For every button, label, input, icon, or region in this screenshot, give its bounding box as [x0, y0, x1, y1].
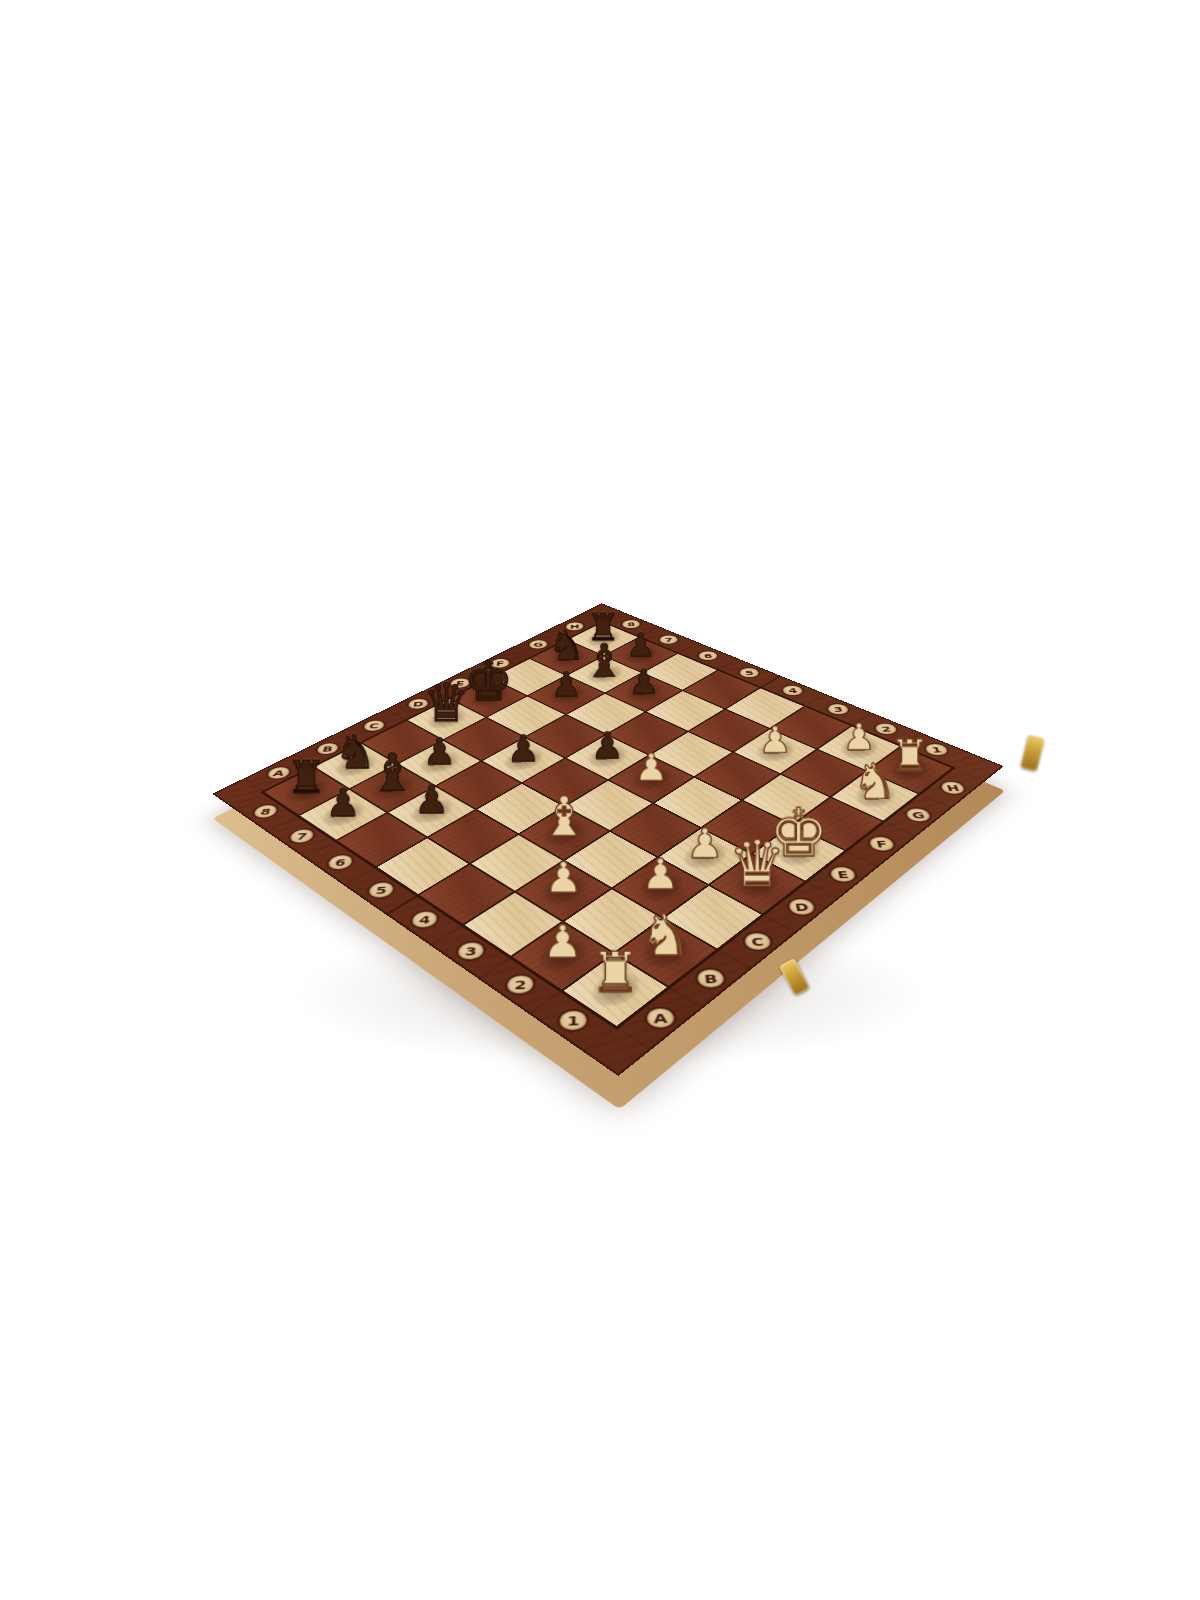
- rank-left-label-8: 8: [252, 805, 278, 818]
- file-front-label-H: H: [939, 781, 966, 794]
- file-front-label-D: D: [787, 898, 815, 914]
- square-g3[interactable]: ♟: [733, 729, 817, 774]
- rank-right-label-4: 4: [782, 686, 804, 696]
- rank-left-label-3: 3: [457, 942, 484, 960]
- rank-right-label-5: 5: [739, 668, 760, 678]
- square-g1[interactable]: ♞: [830, 771, 919, 821]
- brass-latch-right[interactable]: [1020, 734, 1045, 771]
- rank-left-label-2: 2: [506, 975, 533, 994]
- rank-left-label-4: 4: [411, 912, 438, 929]
- rank-left-label-6: 6: [327, 855, 353, 870]
- square-e4[interactable]: ♟: [608, 755, 694, 803]
- rank-right-label-6: 6: [698, 651, 718, 660]
- file-front-label-B: B: [696, 969, 724, 988]
- white-pawn-h2[interactable]: ♟: [842, 718, 875, 755]
- rank-left-label-7: 7: [288, 829, 314, 843]
- rank-left-label-1: 1: [559, 1011, 586, 1031]
- file-front-label-G: G: [904, 808, 931, 822]
- file-back-label-C: C: [363, 720, 385, 731]
- file-front-label-A: A: [646, 1008, 674, 1028]
- file-front-label-F: F: [868, 836, 895, 850]
- rank-left-label-5: 5: [367, 882, 393, 898]
- rank-right-label-3: 3: [826, 704, 849, 715]
- file-front-label-C: C: [743, 933, 771, 950]
- file-front-label-E: E: [829, 866, 856, 881]
